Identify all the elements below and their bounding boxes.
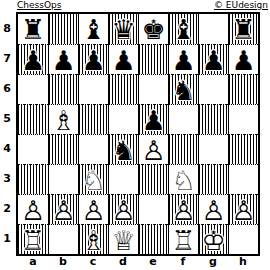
square-g5[interactable] <box>198 104 228 134</box>
white-queen[interactable]: ♕ <box>109 225 138 254</box>
square-a6[interactable] <box>18 74 48 104</box>
white-pawn[interactable]: ♙ <box>229 195 258 224</box>
white-pawn[interactable]: ♙ <box>109 195 138 224</box>
rank-label-2: 2 <box>0 194 14 224</box>
square-d8[interactable]: ♛ <box>108 14 138 44</box>
square-f1[interactable]: ♜♖ <box>168 224 198 254</box>
white-pawn[interactable]: ♙ <box>169 195 198 224</box>
square-g7[interactable]: ♟ <box>198 44 228 74</box>
square-e6[interactable] <box>138 74 168 104</box>
white-rook[interactable]: ♖ <box>169 225 198 254</box>
white-rook[interactable]: ♖ <box>18 225 48 254</box>
square-b7[interactable]: ♟ <box>48 44 78 74</box>
square-d2[interactable]: ♟♙ <box>108 194 138 224</box>
white-knight-fill: ♞ <box>169 165 198 194</box>
white-bishop[interactable]: ♗ <box>49 105 78 134</box>
square-e4[interactable]: ♟♙ <box>138 134 168 164</box>
white-bishop[interactable]: ♗ <box>79 225 108 254</box>
square-f5[interactable] <box>168 104 198 134</box>
square-b1[interactable] <box>48 224 78 254</box>
square-c7[interactable]: ♟ <box>78 44 108 74</box>
white-king[interactable]: ♔ <box>199 225 228 254</box>
rank-label-6: 6 <box>0 74 14 104</box>
file-label-g: g <box>198 255 228 268</box>
file-label-h: h <box>228 255 258 268</box>
square-a1[interactable]: ♜♖ <box>18 224 48 254</box>
square-e2[interactable] <box>138 194 168 224</box>
rank-label-4: 4 <box>0 134 14 164</box>
square-b2[interactable]: ♟♙ <box>48 194 78 224</box>
square-f2[interactable]: ♟♙ <box>168 194 198 224</box>
black-pawn[interactable]: ♟ <box>169 45 198 74</box>
square-b4[interactable] <box>48 134 78 164</box>
rank-label-3: 3 <box>0 164 14 194</box>
rank-label-1: 1 <box>0 224 14 254</box>
file-label-a: a <box>18 255 48 268</box>
white-pawn-fill: ♟ <box>169 195 198 224</box>
square-h7[interactable]: ♟ <box>228 44 258 74</box>
square-h5[interactable] <box>228 104 258 134</box>
white-knight[interactable]: ♘ <box>169 165 198 194</box>
square-c3[interactable]: ♞♘ <box>78 164 108 194</box>
square-f8[interactable]: ♝ <box>168 14 198 44</box>
black-knight[interactable]: ♞ <box>169 75 198 104</box>
file-label-c: c <box>78 255 108 268</box>
white-pawn-fill: ♟ <box>49 195 78 224</box>
square-g4[interactable] <box>198 134 228 164</box>
square-g3[interactable] <box>198 164 228 194</box>
white-pawn[interactable]: ♙ <box>49 195 78 224</box>
white-pawn-fill: ♟ <box>139 135 168 164</box>
square-d6[interactable] <box>108 74 138 104</box>
black-queen[interactable]: ♛ <box>109 14 138 44</box>
square-d7[interactable]: ♟ <box>108 44 138 74</box>
square-d1[interactable]: ♛♕ <box>108 224 138 254</box>
square-e7[interactable] <box>138 44 168 74</box>
square-a7[interactable]: ♟ <box>18 44 48 74</box>
white-knight-fill: ♞ <box>79 165 108 194</box>
black-pawn[interactable]: ♟ <box>79 45 108 74</box>
black-pawn[interactable]: ♟ <box>18 45 48 74</box>
file-label-e: e <box>138 255 168 268</box>
file-label-b: b <box>48 255 78 268</box>
white-pawn[interactable]: ♙ <box>18 195 48 224</box>
square-e5[interactable]: ♟ <box>138 104 168 134</box>
square-d4[interactable]: ♞ <box>108 134 138 164</box>
square-a4[interactable] <box>18 134 48 164</box>
white-pawn[interactable]: ♙ <box>79 195 108 224</box>
file-label-d: d <box>108 255 138 268</box>
square-g2[interactable]: ♟♙ <box>198 194 228 224</box>
black-pawn[interactable]: ♟ <box>109 45 138 74</box>
square-f7[interactable]: ♟ <box>168 44 198 74</box>
black-pawn[interactable]: ♟ <box>139 105 168 134</box>
credit-text: © EUdesign <box>214 0 268 11</box>
black-rook[interactable]: ♜ <box>229 14 258 44</box>
square-c1[interactable]: ♝♗ <box>78 224 108 254</box>
square-a5[interactable] <box>18 104 48 134</box>
chess-board[interactable]: ♜♝♛♚♝♜♟♟♟♟♟♟♟♞♝♗♟♞♟♙♞♘♞♘♟♙♟♙♟♙♟♙♟♙♟♙♟♙♜♖… <box>16 12 260 256</box>
square-a2[interactable]: ♟♙ <box>18 194 48 224</box>
square-c6[interactable] <box>78 74 108 104</box>
square-b8[interactable] <box>48 14 78 44</box>
black-pawn[interactable]: ♟ <box>229 45 258 74</box>
white-pawn-fill: ♟ <box>18 195 48 224</box>
square-g1[interactable]: ♚♔ <box>198 224 228 254</box>
square-e3[interactable] <box>138 164 168 194</box>
square-c5[interactable] <box>78 104 108 134</box>
black-bishop[interactable]: ♝ <box>79 14 108 44</box>
white-bishop-fill: ♝ <box>49 105 78 134</box>
white-pawn-fill: ♟ <box>109 195 138 224</box>
black-pawn[interactable]: ♟ <box>49 45 78 74</box>
square-c2[interactable]: ♟♙ <box>78 194 108 224</box>
black-rook[interactable]: ♜ <box>18 14 48 44</box>
rank-label-5: 5 <box>0 104 14 134</box>
square-a8[interactable]: ♜ <box>18 14 48 44</box>
white-pawn[interactable]: ♙ <box>199 195 228 224</box>
black-king[interactable]: ♚ <box>139 14 168 44</box>
square-f3[interactable]: ♞♘ <box>168 164 198 194</box>
square-h8[interactable]: ♜ <box>228 14 258 44</box>
white-king-fill: ♚ <box>199 225 228 254</box>
square-d3[interactable] <box>108 164 138 194</box>
rank-label-7: 7 <box>0 44 14 74</box>
square-f6[interactable]: ♞ <box>168 74 198 104</box>
white-pawn-fill: ♟ <box>229 195 258 224</box>
square-h3[interactable] <box>228 164 258 194</box>
white-pawn-fill: ♟ <box>199 195 228 224</box>
square-c8[interactable]: ♝ <box>78 14 108 44</box>
black-knight[interactable]: ♞ <box>109 135 138 164</box>
square-a3[interactable] <box>18 164 48 194</box>
square-f4[interactable] <box>168 134 198 164</box>
square-b3[interactable] <box>48 164 78 194</box>
app-title: ChessOps <box>17 0 61 11</box>
square-g6[interactable] <box>198 74 228 104</box>
square-e1[interactable] <box>138 224 168 254</box>
white-pawn[interactable]: ♙ <box>139 135 168 164</box>
black-pawn[interactable]: ♟ <box>199 45 228 74</box>
white-bishop-fill: ♝ <box>79 225 108 254</box>
white-queen-fill: ♛ <box>109 225 138 254</box>
square-e8[interactable]: ♚ <box>138 14 168 44</box>
file-label-f: f <box>168 255 198 268</box>
white-rook-fill: ♜ <box>18 225 48 254</box>
square-c4[interactable] <box>78 134 108 164</box>
square-g8[interactable] <box>198 14 228 44</box>
square-b5[interactable]: ♝♗ <box>48 104 78 134</box>
square-h6[interactable] <box>228 74 258 104</box>
square-d5[interactable] <box>108 104 138 134</box>
white-rook-fill: ♜ <box>169 225 198 254</box>
square-b6[interactable] <box>48 74 78 104</box>
white-pawn-fill: ♟ <box>79 195 108 224</box>
rank-label-8: 8 <box>0 14 14 44</box>
black-bishop[interactable]: ♝ <box>169 14 198 44</box>
square-h1[interactable] <box>228 224 258 254</box>
white-knight[interactable]: ♘ <box>79 165 108 194</box>
square-h4[interactable] <box>228 134 258 164</box>
square-h2[interactable]: ♟♙ <box>228 194 258 224</box>
